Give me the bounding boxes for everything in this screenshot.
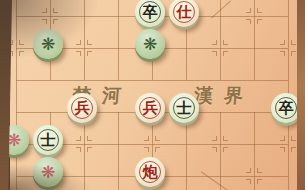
grid-line (186, 112, 187, 190)
position-mark-corner (87, 147, 92, 152)
piece-red-cannon-e7[interactable]: 炮 (135, 157, 165, 187)
position-mark-corner (257, 8, 262, 13)
position-mark-corner (257, 168, 262, 173)
position-mark-corner (212, 147, 217, 152)
position-mark-corner (155, 136, 160, 141)
position-mark-corner (76, 51, 81, 56)
position-mark-corner (223, 136, 228, 141)
grid-line (118, 112, 119, 190)
position-mark (246, 8, 262, 24)
piece-character: 士 (169, 93, 199, 123)
position-mark-corner (87, 40, 92, 45)
flower-glyph: ❋ (33, 157, 63, 187)
position-mark-corner (291, 40, 296, 45)
position-mark (280, 40, 296, 56)
xiangqi-board[interactable]: 楚河 漢界 卒仕❋❋兵兵士卒❋士❋炮 (10, 0, 298, 190)
piece-character: 兵 (135, 93, 165, 123)
position-mark-corner (223, 40, 228, 45)
position-mark-corner (280, 40, 285, 45)
position-mark-corner (257, 19, 262, 24)
river-text-right: 漢界 (193, 80, 256, 112)
position-mark-corner (246, 19, 251, 24)
position-mark-corner (257, 179, 262, 184)
position-mark-corner (42, 8, 47, 13)
position-mark-corner (223, 51, 228, 56)
piece-character: 炮 (135, 157, 165, 187)
position-mark-corner (212, 136, 217, 141)
piece-character: 士 (33, 125, 63, 155)
position-mark-corner (19, 51, 24, 56)
grid-line (118, 0, 119, 80)
position-mark-corner (42, 19, 47, 24)
position-mark-corner (280, 147, 285, 152)
position-mark-corner (280, 51, 285, 56)
piece-black-hidden-e3[interactable]: ❋ (135, 29, 165, 59)
position-mark-corner (246, 179, 251, 184)
piece-character: 卒 (135, 0, 165, 27)
position-mark-corner (53, 19, 58, 24)
position-mark-corner (280, 136, 285, 141)
grid-line (16, 0, 17, 190)
piece-red-soldier-e5[interactable]: 兵 (135, 93, 165, 123)
piece-black-hidden-b3[interactable]: ❋ (33, 29, 63, 59)
flower-glyph: ❋ (33, 29, 63, 59)
position-mark-corner (19, 40, 24, 45)
position-mark-corner (246, 168, 251, 173)
position-mark (76, 40, 92, 56)
position-mark-corner (155, 147, 160, 152)
flower-glyph: ❋ (135, 29, 165, 59)
position-mark-corner (291, 136, 296, 141)
position-mark (246, 168, 262, 184)
position-mark-corner (76, 147, 81, 152)
piece-red-hidden-b7[interactable]: ❋ (33, 157, 63, 187)
position-mark-corner (144, 136, 149, 141)
piece-character: 兵 (67, 93, 97, 123)
position-mark-corner (212, 40, 217, 45)
position-mark (144, 136, 160, 152)
position-mark (280, 136, 296, 152)
piece-character: 仕 (169, 0, 199, 27)
position-mark-corner (87, 51, 92, 56)
position-mark-corner (53, 8, 58, 13)
position-mark-corner (76, 136, 81, 141)
piece-black-soldier-e2[interactable]: 卒 (135, 0, 165, 27)
position-mark (212, 40, 228, 56)
position-mark-corner (212, 51, 217, 56)
piece-red-advisor-f2[interactable]: 仕 (169, 0, 199, 27)
position-mark (76, 136, 92, 152)
position-mark-corner (246, 8, 251, 13)
position-mark-corner (87, 136, 92, 141)
board-frame-right (297, 0, 305, 190)
position-mark (42, 8, 58, 24)
piece-black-advisor-f5[interactable]: 士 (169, 93, 199, 123)
grid-line (201, 171, 229, 190)
game-screen: 楚河 漢界 卒仕❋❋兵兵士卒❋士❋炮 (0, 0, 305, 190)
position-mark (212, 136, 228, 152)
position-mark-corner (76, 40, 81, 45)
position-mark-corner (144, 147, 149, 152)
position-mark-corner (291, 147, 296, 152)
position-mark-corner (223, 147, 228, 152)
position-mark-corner (291, 51, 296, 56)
piece-red-soldier-c5[interactable]: 兵 (67, 93, 97, 123)
piece-black-advisor-b6[interactable]: 士 (33, 125, 63, 155)
